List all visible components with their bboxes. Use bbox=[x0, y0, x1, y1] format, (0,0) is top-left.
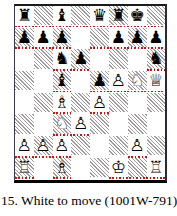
black-pawn-piece: ♟ bbox=[128, 28, 147, 47]
puzzle-caption: 15. White to move (1001W-791) bbox=[1, 193, 177, 209]
white-rook-piece: ♜♖ bbox=[147, 158, 166, 177]
square-c5: ♝ bbox=[53, 71, 72, 90]
square-c4: ♝♗ bbox=[53, 93, 72, 112]
square-f4 bbox=[109, 93, 128, 112]
square-a3 bbox=[15, 114, 34, 133]
square-g7: ♟ bbox=[128, 28, 147, 47]
square-e7 bbox=[90, 28, 109, 47]
square-f7: ♟ bbox=[109, 28, 128, 47]
rank-7: ♟♟♟♟♟♟ bbox=[15, 28, 165, 50]
square-e8: ♛ bbox=[90, 6, 109, 25]
square-h8 bbox=[147, 6, 166, 25]
square-d7 bbox=[71, 28, 90, 47]
square-g4 bbox=[128, 93, 147, 112]
square-b1 bbox=[34, 158, 53, 177]
white-pawn-piece: ♟♙ bbox=[34, 136, 53, 155]
square-f8: ♜ bbox=[109, 6, 128, 25]
square-f1: ♚♔ bbox=[109, 158, 128, 177]
square-e2 bbox=[90, 136, 109, 155]
black-knight-piece: ♞ bbox=[53, 49, 72, 68]
white-pawn-piece: ♟♙ bbox=[53, 136, 72, 155]
square-b7: ♟ bbox=[34, 28, 53, 47]
square-d5 bbox=[71, 71, 90, 90]
square-a6 bbox=[15, 49, 34, 68]
white-pawn-piece: ♟♙ bbox=[90, 93, 109, 112]
white-bishop-piece: ♝♗ bbox=[53, 93, 72, 112]
square-c6: ♞ bbox=[53, 49, 72, 68]
white-king-piece: ♚♔ bbox=[109, 158, 128, 177]
square-f3 bbox=[109, 114, 128, 133]
white-pawn-piece: ♟♙ bbox=[71, 114, 90, 133]
black-pawn-piece: ♟ bbox=[109, 28, 128, 47]
square-b5 bbox=[34, 71, 53, 90]
square-e3 bbox=[90, 114, 109, 133]
rank-5: ♝♟♟♙♞♘♛♕ bbox=[15, 71, 165, 93]
rank-3: ♞♘♟♙ bbox=[15, 114, 165, 136]
black-rook-piece: ♜ bbox=[15, 6, 34, 25]
black-rook-piece: ♜ bbox=[109, 6, 128, 25]
square-h6: ♞ bbox=[147, 49, 166, 68]
square-c3: ♞♘ bbox=[53, 114, 72, 133]
square-g6 bbox=[128, 49, 147, 68]
black-pawn-piece: ♟ bbox=[147, 28, 166, 47]
square-d4 bbox=[71, 93, 90, 112]
square-a5 bbox=[15, 71, 34, 90]
square-h2 bbox=[147, 136, 166, 155]
square-f5: ♟♙ bbox=[109, 71, 128, 90]
square-d8 bbox=[71, 6, 90, 25]
square-c1: ♝♗ bbox=[53, 158, 72, 177]
square-d1 bbox=[71, 158, 90, 177]
black-knight-piece: ♞ bbox=[147, 49, 166, 68]
rank-2: ♟♙♟♙♟♙♟♙ bbox=[15, 136, 165, 158]
black-pawn-piece: ♟ bbox=[71, 49, 90, 68]
square-h4 bbox=[147, 93, 166, 112]
square-b4 bbox=[34, 93, 53, 112]
square-d6: ♟ bbox=[71, 49, 90, 68]
black-bishop-piece: ♝ bbox=[53, 71, 72, 90]
white-pawn-piece: ♟♙ bbox=[128, 136, 147, 155]
square-h1: ♜♖ bbox=[147, 158, 166, 177]
square-b2: ♟♙ bbox=[34, 136, 53, 155]
black-bishop-piece: ♝ bbox=[53, 6, 72, 25]
black-pawn-piece: ♟ bbox=[90, 71, 109, 90]
square-a4 bbox=[15, 93, 34, 112]
white-rook-piece: ♜♖ bbox=[15, 158, 34, 177]
white-pawn-piece: ♟♙ bbox=[109, 71, 128, 90]
square-g1 bbox=[128, 158, 147, 177]
black-king-piece: ♚ bbox=[128, 6, 147, 25]
square-e5: ♟ bbox=[90, 71, 109, 90]
square-c7: ♟ bbox=[53, 28, 72, 47]
spellcheck-squiggle bbox=[109, 177, 165, 179]
black-queen-piece: ♛ bbox=[90, 6, 109, 25]
black-pawn-piece: ♟ bbox=[53, 28, 72, 47]
spellcheck-squiggle bbox=[15, 177, 34, 179]
square-f6 bbox=[109, 49, 128, 68]
square-b3 bbox=[34, 114, 53, 133]
puzzle-diagram-page: ♜♝♛♜♚♟♟♟♟♟♟♞♟♞♝♟♟♙♞♘♛♕♝♗♟♙♞♘♟♙♟♙♟♙♟♙♟♙♜♖… bbox=[0, 0, 177, 216]
square-a2: ♟♙ bbox=[15, 136, 34, 155]
square-e4: ♟♙ bbox=[90, 93, 109, 112]
square-b8 bbox=[34, 6, 53, 25]
square-a1: ♜♖ bbox=[15, 158, 34, 177]
white-queen-piece: ♛♕ bbox=[147, 71, 166, 90]
chess-board: ♜♝♛♜♚♟♟♟♟♟♟♞♟♞♝♟♟♙♞♘♛♕♝♗♟♙♞♘♟♙♟♙♟♙♟♙♟♙♜♖… bbox=[14, 4, 167, 183]
square-a8: ♜ bbox=[15, 6, 34, 25]
square-h7: ♟ bbox=[147, 28, 166, 47]
rank-6: ♞♟♞ bbox=[15, 49, 165, 71]
square-e1 bbox=[90, 158, 109, 177]
square-f2 bbox=[109, 136, 128, 155]
square-g8: ♚ bbox=[128, 6, 147, 25]
black-pawn-piece: ♟ bbox=[15, 28, 34, 47]
rank-4: ♝♗♟♙ bbox=[15, 93, 165, 115]
square-d2 bbox=[71, 136, 90, 155]
white-bishop-piece: ♝♗ bbox=[53, 158, 72, 177]
square-g2: ♟♙ bbox=[128, 136, 147, 155]
black-pawn-piece: ♟ bbox=[34, 28, 53, 47]
white-knight-piece: ♞♘ bbox=[128, 71, 147, 90]
square-d3: ♟♙ bbox=[71, 114, 90, 133]
white-pawn-piece: ♟♙ bbox=[15, 136, 34, 155]
square-c2: ♟♙ bbox=[53, 136, 72, 155]
square-g5: ♞♘ bbox=[128, 71, 147, 90]
square-h3 bbox=[147, 114, 166, 133]
square-c8: ♝ bbox=[53, 6, 72, 25]
square-e6 bbox=[90, 49, 109, 68]
spellcheck-squiggle bbox=[53, 177, 72, 179]
white-knight-piece: ♞♘ bbox=[53, 114, 72, 133]
square-b6 bbox=[34, 49, 53, 68]
rank-8: ♜♝♛♜♚ bbox=[15, 6, 165, 28]
square-a7: ♟ bbox=[15, 28, 34, 47]
rank-1: ♜♖♝♗♚♔♜♖ bbox=[15, 158, 165, 180]
square-h5: ♛♕ bbox=[147, 71, 166, 90]
square-g3 bbox=[128, 114, 147, 133]
